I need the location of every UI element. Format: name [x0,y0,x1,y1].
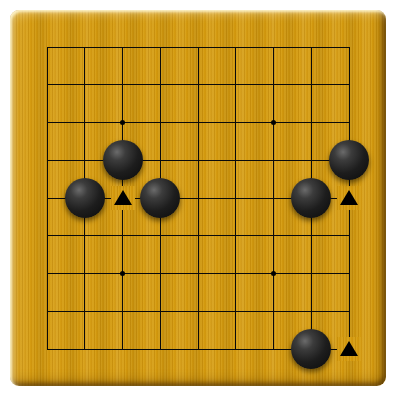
grid-line-vertical [273,47,274,350]
star-point [271,120,276,125]
black-stone [291,178,331,218]
triangle-marker [340,341,358,356]
star-point [271,271,276,276]
black-stone [291,329,331,369]
star-point [120,120,125,125]
black-stone [65,178,105,218]
grid-line-horizontal [47,311,350,312]
triangle-marker [114,190,132,205]
page-background [0,0,396,396]
grid-line-horizontal [47,273,350,274]
grid-line-horizontal [47,235,350,236]
star-point [120,271,125,276]
black-stone [103,140,143,180]
triangle-marker [340,190,358,205]
go-board[interactable] [10,10,386,386]
grid-line-vertical [235,47,236,350]
black-stone [140,178,180,218]
black-stone [329,140,369,180]
